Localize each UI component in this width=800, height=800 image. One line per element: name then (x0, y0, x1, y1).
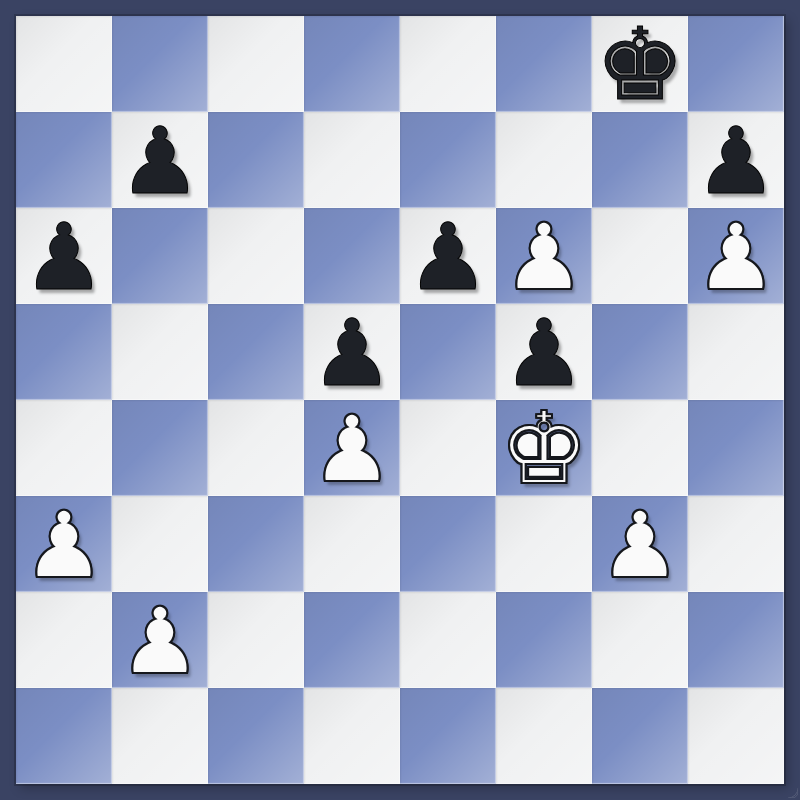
white-pawn-a3[interactable]: ♟ (23, 500, 105, 592)
square-a3[interactable]: ♟ (16, 496, 112, 592)
square-h5[interactable] (688, 304, 784, 400)
square-h1[interactable] (688, 688, 784, 784)
white-pawn-g3[interactable]: ♟ (599, 500, 681, 592)
square-e6[interactable]: ♟ (400, 208, 496, 304)
black-pawn-e6[interactable]: ♟ (407, 212, 489, 304)
square-g4[interactable] (592, 400, 688, 496)
square-d8[interactable] (304, 16, 400, 112)
square-c6[interactable] (208, 208, 304, 304)
resize-grip-icon (786, 786, 798, 798)
square-f5[interactable]: ♟ (496, 304, 592, 400)
black-pawn-d5[interactable]: ♟ (311, 308, 393, 400)
square-c3[interactable] (208, 496, 304, 592)
white-pawn-b2[interactable]: ♟ (119, 596, 201, 688)
square-h4[interactable] (688, 400, 784, 496)
square-d6[interactable] (304, 208, 400, 304)
square-g2[interactable] (592, 592, 688, 688)
square-f6[interactable]: ♟ (496, 208, 592, 304)
square-d3[interactable] (304, 496, 400, 592)
square-f7[interactable] (496, 112, 592, 208)
square-c1[interactable] (208, 688, 304, 784)
square-f2[interactable] (496, 592, 592, 688)
square-g8[interactable]: ♚ (592, 16, 688, 112)
square-c8[interactable] (208, 16, 304, 112)
square-b4[interactable] (112, 400, 208, 496)
square-f8[interactable] (496, 16, 592, 112)
square-h3[interactable] (688, 496, 784, 592)
square-d5[interactable]: ♟ (304, 304, 400, 400)
chess-board: ♚♟♟♟♟♟♟♟♟♟♚♟♟♟ (16, 16, 784, 784)
square-h2[interactable] (688, 592, 784, 688)
square-f1[interactable] (496, 688, 592, 784)
square-e5[interactable] (400, 304, 496, 400)
white-pawn-d4[interactable]: ♟ (311, 404, 393, 496)
square-c5[interactable] (208, 304, 304, 400)
square-g6[interactable] (592, 208, 688, 304)
square-g7[interactable] (592, 112, 688, 208)
square-e8[interactable] (400, 16, 496, 112)
square-b6[interactable] (112, 208, 208, 304)
square-b3[interactable] (112, 496, 208, 592)
square-b1[interactable] (112, 688, 208, 784)
square-a7[interactable] (16, 112, 112, 208)
square-h6[interactable]: ♟ (688, 208, 784, 304)
white-king-f4[interactable]: ♚ (499, 399, 589, 499)
square-a2[interactable] (16, 592, 112, 688)
black-king-g8[interactable]: ♚ (595, 15, 685, 115)
square-d4[interactable]: ♟ (304, 400, 400, 496)
square-c2[interactable] (208, 592, 304, 688)
square-g5[interactable] (592, 304, 688, 400)
square-a5[interactable] (16, 304, 112, 400)
square-b2[interactable]: ♟ (112, 592, 208, 688)
white-pawn-f6[interactable]: ♟ (503, 212, 585, 304)
black-pawn-f5[interactable]: ♟ (503, 308, 585, 400)
square-b8[interactable] (112, 16, 208, 112)
square-e3[interactable] (400, 496, 496, 592)
square-d7[interactable] (304, 112, 400, 208)
square-f4[interactable]: ♚ (496, 400, 592, 496)
square-e7[interactable] (400, 112, 496, 208)
square-f3[interactable] (496, 496, 592, 592)
square-g3[interactable]: ♟ (592, 496, 688, 592)
black-pawn-h7[interactable]: ♟ (695, 116, 777, 208)
square-b5[interactable] (112, 304, 208, 400)
square-a1[interactable] (16, 688, 112, 784)
square-h8[interactable] (688, 16, 784, 112)
black-pawn-a6[interactable]: ♟ (23, 212, 105, 304)
square-c4[interactable] (208, 400, 304, 496)
square-e4[interactable] (400, 400, 496, 496)
square-a4[interactable] (16, 400, 112, 496)
white-pawn-h6[interactable]: ♟ (695, 212, 777, 304)
square-b7[interactable]: ♟ (112, 112, 208, 208)
black-pawn-b7[interactable]: ♟ (119, 116, 201, 208)
square-a6[interactable]: ♟ (16, 208, 112, 304)
square-h7[interactable]: ♟ (688, 112, 784, 208)
square-a8[interactable] (16, 16, 112, 112)
square-e1[interactable] (400, 688, 496, 784)
square-g1[interactable] (592, 688, 688, 784)
board-frame: ♚♟♟♟♟♟♟♟♟♟♚♟♟♟ (0, 0, 800, 800)
square-d2[interactable] (304, 592, 400, 688)
square-e2[interactable] (400, 592, 496, 688)
square-d1[interactable] (304, 688, 400, 784)
square-c7[interactable] (208, 112, 304, 208)
